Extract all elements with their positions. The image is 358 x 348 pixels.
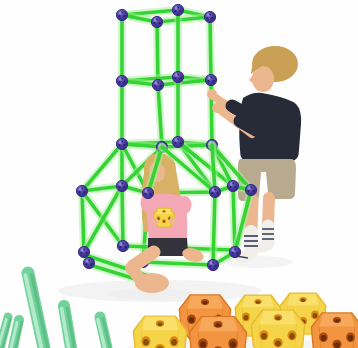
- connector-ball-orange: [190, 317, 247, 348]
- fort-stick: [210, 17, 211, 80]
- boy-near-sleeve: [240, 121, 256, 130]
- connector-ball-orange: [311, 313, 358, 348]
- connector-ball-yellow: [251, 310, 304, 348]
- ball-connector-purple: [172, 4, 183, 15]
- ball-connector-purple: [204, 11, 215, 22]
- fort-stick: [213, 192, 215, 265]
- green-tube: [25, 273, 47, 348]
- ball-connector-purple: [152, 79, 163, 90]
- ball-connector-purple: [227, 180, 238, 191]
- girl-hand-right: [169, 217, 177, 225]
- ball-connector-purple: [116, 75, 127, 86]
- boy-hand-upper: [207, 89, 217, 99]
- scene-canvas: [0, 0, 358, 348]
- ball-connector-purple: [172, 136, 183, 147]
- product-photo: [0, 0, 358, 348]
- ball-connector-purple: [245, 184, 256, 195]
- boy-hand-lower: [212, 103, 222, 113]
- ball-connector-purple: [76, 185, 87, 196]
- ball-connector-purple: [209, 186, 220, 197]
- ball-connector-purple: [205, 74, 216, 85]
- girl-sleeve-right: [179, 196, 192, 214]
- green-tube: [11, 320, 22, 348]
- ball-connector-purple: [83, 257, 94, 268]
- connector-ball-yellow: [133, 316, 186, 348]
- ball-connector-purple: [172, 71, 183, 82]
- boy-standing: [213, 46, 301, 263]
- ball-connector-purple: [142, 187, 153, 198]
- fort-stick: [82, 191, 84, 252]
- fort-stick: [122, 186, 123, 246]
- green-tube: [62, 306, 75, 348]
- ball-connector-purple: [78, 246, 89, 257]
- ball-connector-purple: [207, 259, 218, 270]
- ball-connector-purple: [229, 246, 240, 257]
- ball-connector-purple: [151, 16, 162, 27]
- girl-hand-left: [151, 218, 159, 226]
- ball-connector-purple: [116, 180, 127, 191]
- ball-connector-purple: [116, 9, 127, 20]
- girl-lower-leg: [135, 273, 169, 293]
- ball-connector-purple: [116, 138, 127, 149]
- ball-connector-purple: [117, 240, 128, 251]
- green-tube: [98, 317, 110, 348]
